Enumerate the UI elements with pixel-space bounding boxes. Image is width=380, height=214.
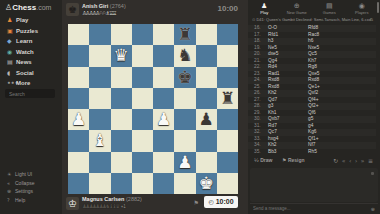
nav-label: Learn xyxy=(16,38,32,44)
chat-input-row: ⊛ xyxy=(250,203,378,214)
square-c6[interactable] xyxy=(111,67,132,88)
nav-label: Puzzles xyxy=(16,28,38,34)
sidebar-item-news[interactable]: ▤News xyxy=(0,57,62,68)
half-point-icon: ½ xyxy=(254,157,259,163)
logo-suffix: .com xyxy=(36,4,51,11)
chat-message-input[interactable] xyxy=(253,206,361,211)
top-player-avatar[interactable]: ♚ xyxy=(66,3,79,16)
piece-wb-b3[interactable]: ♝ xyxy=(89,130,110,151)
square-b7[interactable] xyxy=(89,45,110,66)
square-b6[interactable] xyxy=(89,67,110,88)
square-a5[interactable] xyxy=(68,88,89,109)
moves-menu-icon[interactable]: ≡ xyxy=(368,157,373,165)
book-icon: ⊙ xyxy=(252,17,255,22)
game-panel: ♟Play⊕New Game▤Games◉Players ⊙ D41: Quee… xyxy=(248,0,380,214)
chat-settings-gear-icon[interactable]: ⊛ xyxy=(371,206,375,212)
square-h4[interactable] xyxy=(217,109,238,130)
square-b1[interactable] xyxy=(89,173,110,194)
jump-end-icon[interactable]: » xyxy=(361,157,365,165)
jump-start-icon[interactable]: « xyxy=(342,157,346,165)
help-icon: ? xyxy=(7,196,15,205)
move-number: 35. xyxy=(254,149,268,156)
players-tab-icon: ◉ xyxy=(346,2,379,10)
tab-label: New Game xyxy=(281,10,314,15)
bottom-player-name[interactable]: Magnus Carlsen (2882) xyxy=(82,196,142,202)
square-a4[interactable]: ♟ xyxy=(68,109,89,130)
square-g5[interactable] xyxy=(196,88,217,109)
square-f1[interactable] xyxy=(174,173,195,194)
light-ui-toggle[interactable]: ☀Light UI xyxy=(0,170,62,179)
watch-icon: ◉ xyxy=(7,47,16,58)
footer-label: Help xyxy=(15,197,25,203)
sidebar-item-social[interactable]: ◖Social xyxy=(0,68,62,79)
collapse-button[interactable]: «Collapse xyxy=(0,179,62,188)
square-d3[interactable] xyxy=(132,130,153,151)
nav-label: Play xyxy=(16,17,28,23)
square-d5[interactable] xyxy=(132,88,153,109)
tab-players[interactable]: ◉Players xyxy=(346,2,379,15)
bottom-player-avatar[interactable]: ♔ xyxy=(66,197,79,210)
material-score: +1 xyxy=(121,204,126,209)
square-e8[interactable] xyxy=(153,24,174,45)
square-c5[interactable] xyxy=(111,88,132,109)
clock-icon: ◴ xyxy=(208,198,213,205)
sidebar-item-more[interactable]: •••More xyxy=(0,78,62,89)
bottom-player-rating: (2882) xyxy=(126,196,142,202)
square-g1[interactable]: ♚ xyxy=(196,173,217,194)
square-c4[interactable] xyxy=(111,109,132,130)
puzzles-icon: ▣ xyxy=(7,26,16,37)
move-back-icon[interactable]: ‹ xyxy=(349,157,351,165)
square-c3[interactable] xyxy=(111,130,132,151)
tab-games[interactable]: ▤Games xyxy=(313,2,346,15)
white-move[interactable]: Bb3 xyxy=(268,149,308,156)
square-b5[interactable] xyxy=(89,88,110,109)
square-c8[interactable] xyxy=(111,24,132,45)
move-list: 16.O-ORfd817.Rfd1Rac818.h3h619.Ne5Nxe520… xyxy=(248,25,376,155)
tab-new-game[interactable]: ⊕New Game xyxy=(281,2,314,15)
square-e1[interactable] xyxy=(153,173,174,194)
games-tab-icon: ▤ xyxy=(313,2,346,10)
opening-name: ⊙ D41: Queen's Gambit Declined: Semi-Tar… xyxy=(252,17,374,22)
square-a2[interactable] xyxy=(68,152,89,173)
bottom-player-clock: ◴ 10:00 xyxy=(204,196,238,208)
tab-label: Play xyxy=(248,10,281,15)
chess-com-logo[interactable]: ♙Chess.com xyxy=(5,3,51,12)
square-f3[interactable] xyxy=(174,130,195,151)
square-h2[interactable] xyxy=(217,152,238,173)
chess-board: ♜♛♞♚♜♟♟♟♝♟♚ xyxy=(68,24,238,194)
board-area: ♚ Anish Giri (2764) ♙♙♙♙♙♘♘♗♖♖ 10:00 ♜♛♞… xyxy=(62,0,248,214)
square-f8[interactable]: ♜ xyxy=(174,24,195,45)
sidebar-nav: ♟Play▣Puzzles◆Learn◉Watch▤News◖Social•••… xyxy=(0,15,62,89)
square-f5[interactable] xyxy=(174,88,195,109)
square-a6[interactable] xyxy=(68,67,89,88)
square-e4[interactable]: ♟ xyxy=(153,109,174,130)
news-icon: ▤ xyxy=(7,57,16,68)
square-a1[interactable] xyxy=(68,173,89,194)
piece-wq-c7[interactable]: ♛ xyxy=(111,45,132,66)
square-c2[interactable] xyxy=(111,152,132,173)
square-c7[interactable]: ♛ xyxy=(111,45,132,66)
black-move[interactable]: Rh5 xyxy=(308,149,348,156)
square-h5[interactable]: ♜ xyxy=(217,88,238,109)
resign-button[interactable]: ⚑ Resign xyxy=(282,157,305,163)
logo-text: Chess xyxy=(12,3,36,12)
square-d2[interactable] xyxy=(132,152,153,173)
square-f4[interactable] xyxy=(174,109,195,130)
square-g3[interactable] xyxy=(196,130,217,151)
nav-label: Watch xyxy=(16,49,34,55)
nav-label: More xyxy=(16,80,30,86)
square-d1[interactable] xyxy=(132,173,153,194)
move-row: 35.Bb3Rh5 xyxy=(248,149,376,156)
square-g2[interactable] xyxy=(196,152,217,173)
square-b4[interactable] xyxy=(89,109,110,130)
piece-bk-f6[interactable]: ♚ xyxy=(174,67,195,88)
square-f2[interactable]: ♟ xyxy=(174,152,195,173)
sidebar: ♙Chess.com ♟Play▣Puzzles◆Learn◉Watch▤New… xyxy=(0,0,62,214)
nav-label: Social xyxy=(16,70,34,76)
square-a8[interactable] xyxy=(68,24,89,45)
square-a7[interactable] xyxy=(68,45,89,66)
sidebar-item-learn[interactable]: ◆Learn xyxy=(0,36,62,47)
square-d7[interactable] xyxy=(132,45,153,66)
chat-history xyxy=(250,168,378,202)
square-e6[interactable] xyxy=(153,67,174,88)
square-g6[interactable] xyxy=(196,67,217,88)
nav-label: News xyxy=(16,59,32,65)
square-a3[interactable] xyxy=(68,130,89,151)
panel-scrollbar[interactable] xyxy=(377,2,379,13)
square-d6[interactable] xyxy=(132,67,153,88)
piece-br-f8[interactable]: ♜ xyxy=(174,24,195,45)
square-e2[interactable] xyxy=(153,152,174,173)
square-h7[interactable] xyxy=(217,45,238,66)
settings-icon: ⊛ xyxy=(7,187,15,196)
square-h3[interactable] xyxy=(217,130,238,151)
chat-options-icon[interactable] xyxy=(371,172,374,175)
tab-play[interactable]: ♟Play xyxy=(248,2,281,15)
footer-label: Light UI xyxy=(15,171,32,177)
bottom-player-captured-pieces: ♟♟♟♟♟♟♟♞♝♝♛+1 xyxy=(82,203,126,209)
square-b2[interactable] xyxy=(89,152,110,173)
square-g8[interactable] xyxy=(196,24,217,45)
collapse-icon: « xyxy=(7,179,15,188)
game-controls: ½ Draw ⚑ Resign ↻«‹›»≡ xyxy=(248,157,378,167)
square-h6[interactable] xyxy=(217,67,238,88)
flip-board-icon[interactable]: ↻ xyxy=(333,157,338,165)
tab-label: Games xyxy=(313,10,346,15)
piece-bp-g4[interactable]: ♟ xyxy=(196,109,217,130)
piece-wp-f2[interactable]: ♟ xyxy=(174,152,195,173)
sidebar-footer: ☀Light UI«Collapse⊛Settings?Help xyxy=(0,170,62,204)
footer-label: Collapse xyxy=(15,180,34,186)
social-icon: ◖ xyxy=(7,68,16,79)
square-c1[interactable] xyxy=(111,173,132,194)
square-h8[interactable] xyxy=(217,24,238,45)
more-icon: ••• xyxy=(7,78,16,89)
play-tab-icon: ♟ xyxy=(248,2,281,10)
square-e5[interactable] xyxy=(153,88,174,109)
help-button[interactable]: ?Help xyxy=(0,196,62,205)
top-player-clock: 10:00 xyxy=(218,4,238,13)
piece-wp-e4[interactable]: ♟ xyxy=(153,109,174,130)
piece-wp-a4[interactable]: ♟ xyxy=(68,109,89,130)
sidebar-item-puzzles[interactable]: ▣Puzzles xyxy=(0,26,62,37)
square-e7[interactable] xyxy=(153,45,174,66)
piece-bn-f7[interactable]: ♞ xyxy=(174,45,195,66)
square-d8[interactable] xyxy=(132,24,153,45)
square-b3[interactable]: ♝ xyxy=(89,130,110,151)
sidebar-item-watch[interactable]: ◉Watch xyxy=(0,47,62,58)
resign-flag-icon: ⚑ xyxy=(282,157,286,163)
flag-icon[interactable]: ⚑ xyxy=(194,199,199,206)
square-e3[interactable] xyxy=(153,130,174,151)
top-player-rating: (2764) xyxy=(110,3,126,9)
square-g7[interactable] xyxy=(196,45,217,66)
tab-label: Players xyxy=(346,10,379,15)
move-forward-icon[interactable]: › xyxy=(355,157,357,165)
square-d4[interactable] xyxy=(132,109,153,130)
panel-tabs: ♟Play⊕New Game▤Games◉Players xyxy=(248,2,378,15)
play-icon: ♟ xyxy=(7,15,16,26)
footer-label: Settings xyxy=(15,188,33,194)
learn-icon: ◆ xyxy=(7,36,16,47)
search-input[interactable] xyxy=(5,89,55,98)
square-h1[interactable] xyxy=(217,173,238,194)
top-player-captured-pieces: ♙♙♙♙♙♘♘♗♖♖ xyxy=(82,10,115,16)
square-g4[interactable]: ♟ xyxy=(196,109,217,130)
square-f7[interactable]: ♞ xyxy=(174,45,195,66)
draw-button[interactable]: ½ Draw xyxy=(254,157,272,163)
settings-button[interactable]: ⊛Settings xyxy=(0,187,62,196)
new-game-tab-icon: ⊕ xyxy=(281,2,314,10)
top-player-name[interactable]: Anish Giri (2764) xyxy=(82,3,126,9)
light-ui-icon: ☀ xyxy=(7,170,15,179)
square-b8[interactable] xyxy=(89,24,110,45)
piece-br-h5[interactable]: ♜ xyxy=(217,88,238,109)
sidebar-item-play[interactable]: ♟Play xyxy=(0,15,62,26)
square-f6[interactable]: ♚ xyxy=(174,67,195,88)
playback-controls: ↻«‹›»≡ xyxy=(333,157,373,165)
piece-wk-g1[interactable]: ♚ xyxy=(196,173,217,194)
